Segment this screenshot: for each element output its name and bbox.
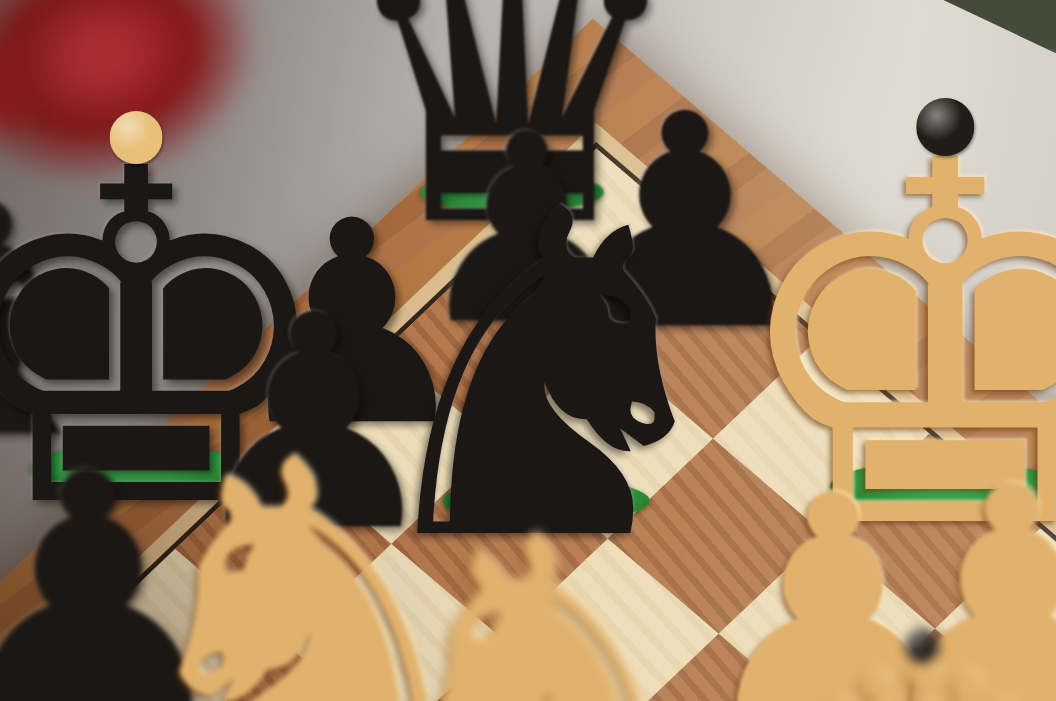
knight-glyph: ♞: [369, 487, 728, 701]
finial-ball: [110, 111, 163, 164]
finial-ball: [916, 98, 974, 156]
chess-photo-scene: ♝♚♟♟♟♛♟♟♞♚♟♟♛♞♞: [0, 0, 1056, 701]
